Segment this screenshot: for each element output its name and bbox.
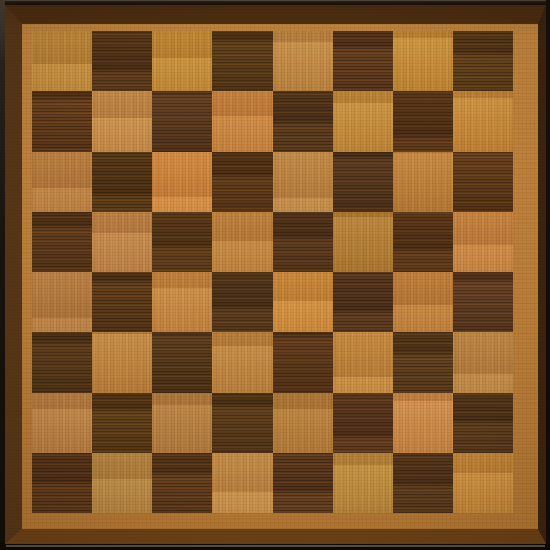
square-a2[interactable] [32, 393, 92, 453]
square-c5[interactable] [152, 212, 212, 272]
square-a1[interactable] [32, 453, 92, 513]
square-f3[interactable] [333, 332, 393, 392]
square-b4[interactable] [92, 272, 152, 332]
square-e3[interactable] [273, 332, 333, 392]
square-g6[interactable] [393, 152, 453, 212]
square-h3[interactable] [453, 332, 513, 392]
square-f7[interactable] [333, 91, 393, 151]
board-edge-highlight [6, 545, 545, 547]
square-a7[interactable] [32, 91, 92, 151]
square-c3[interactable] [152, 332, 212, 392]
square-f1[interactable] [333, 453, 393, 513]
square-a8[interactable] [32, 31, 92, 91]
square-b8[interactable] [92, 31, 152, 91]
square-e8[interactable] [273, 31, 333, 91]
square-f4[interactable] [333, 272, 393, 332]
square-d4[interactable] [212, 272, 272, 332]
square-g8[interactable] [393, 31, 453, 91]
square-e2[interactable] [273, 393, 333, 453]
square-e4[interactable] [273, 272, 333, 332]
square-b6[interactable] [92, 152, 152, 212]
square-f5[interactable] [333, 212, 393, 272]
square-a5[interactable] [32, 212, 92, 272]
square-a3[interactable] [32, 332, 92, 392]
square-b7[interactable] [92, 91, 152, 151]
square-h6[interactable] [453, 152, 513, 212]
square-c1[interactable] [152, 453, 212, 513]
square-a4[interactable] [32, 272, 92, 332]
square-d8[interactable] [212, 31, 272, 91]
square-c6[interactable] [152, 152, 212, 212]
board-grid [32, 31, 513, 513]
square-b5[interactable] [92, 212, 152, 272]
square-b2[interactable] [92, 393, 152, 453]
square-f8[interactable] [333, 31, 393, 91]
square-h7[interactable] [453, 91, 513, 151]
square-h2[interactable] [453, 393, 513, 453]
square-c8[interactable] [152, 31, 212, 91]
square-h5[interactable] [453, 212, 513, 272]
square-b3[interactable] [92, 332, 152, 392]
square-h4[interactable] [453, 272, 513, 332]
square-g1[interactable] [393, 453, 453, 513]
square-g4[interactable] [393, 272, 453, 332]
square-h1[interactable] [453, 453, 513, 513]
square-e1[interactable] [273, 453, 333, 513]
square-g3[interactable] [393, 332, 453, 392]
square-d6[interactable] [212, 152, 272, 212]
square-b1[interactable] [92, 453, 152, 513]
square-e5[interactable] [273, 212, 333, 272]
chessboard-photo [0, 0, 550, 550]
square-d5[interactable] [212, 212, 272, 272]
square-g2[interactable] [393, 393, 453, 453]
square-e6[interactable] [273, 152, 333, 212]
square-d3[interactable] [212, 332, 272, 392]
square-c4[interactable] [152, 272, 212, 332]
square-g7[interactable] [393, 91, 453, 151]
square-e7[interactable] [273, 91, 333, 151]
square-g5[interactable] [393, 212, 453, 272]
square-c7[interactable] [152, 91, 212, 151]
square-d7[interactable] [212, 91, 272, 151]
square-f2[interactable] [333, 393, 393, 453]
square-h8[interactable] [453, 31, 513, 91]
square-c2[interactable] [152, 393, 212, 453]
square-d1[interactable] [212, 453, 272, 513]
square-d2[interactable] [212, 393, 272, 453]
board-outer-edge-right [546, 0, 550, 550]
square-f6[interactable] [333, 152, 393, 212]
square-a6[interactable] [32, 152, 92, 212]
